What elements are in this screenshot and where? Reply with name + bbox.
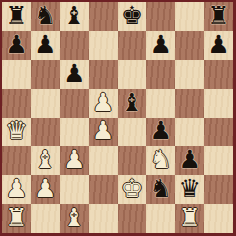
square-c1[interactable]: ♝ — [60, 204, 89, 233]
square-h3[interactable] — [204, 146, 233, 175]
square-b2[interactable]: ♟ — [31, 175, 60, 204]
square-d7[interactable] — [89, 31, 118, 60]
square-f1[interactable] — [146, 204, 175, 233]
square-d8[interactable] — [89, 2, 118, 31]
piece-white-queen: ♛ — [5, 118, 27, 143]
square-d4[interactable]: ♟ — [89, 118, 118, 147]
square-f7[interactable]: ♟ — [146, 31, 175, 60]
piece-white-pawn: ♟ — [5, 176, 27, 201]
square-h4[interactable] — [204, 118, 233, 147]
square-c4[interactable] — [60, 118, 89, 147]
square-g1[interactable]: ♜ — [175, 204, 204, 233]
square-e8[interactable]: ♚ — [118, 2, 147, 31]
piece-black-king: ♚ — [121, 3, 143, 28]
piece-black-knight: ♞ — [150, 176, 172, 201]
square-c3[interactable]: ♟ — [60, 146, 89, 175]
square-g7[interactable] — [175, 31, 204, 60]
square-a7[interactable]: ♟ — [2, 31, 31, 60]
square-f5[interactable] — [146, 89, 175, 118]
square-g8[interactable] — [175, 2, 204, 31]
piece-black-knight: ♞ — [34, 3, 56, 28]
square-d1[interactable] — [89, 204, 118, 233]
square-f3[interactable]: ♞ — [146, 146, 175, 175]
square-a3[interactable] — [2, 146, 31, 175]
piece-white-pawn: ♟ — [63, 147, 85, 172]
square-d2[interactable] — [89, 175, 118, 204]
square-c2[interactable] — [60, 175, 89, 204]
square-g5[interactable] — [175, 89, 204, 118]
piece-black-pawn: ♟ — [207, 32, 229, 57]
square-d3[interactable] — [89, 146, 118, 175]
piece-white-pawn: ♟ — [92, 90, 114, 115]
chess-board: ♜♞♝♚♜♟♟♟♟♟♟♝♛♟♟♝♟♞♟♟♟♚♞♛♜♝♜ — [0, 0, 236, 236]
square-e5[interactable]: ♝ — [118, 89, 147, 118]
square-h8[interactable]: ♜ — [204, 2, 233, 31]
square-e1[interactable] — [118, 204, 147, 233]
square-b1[interactable] — [31, 204, 60, 233]
piece-black-rook: ♜ — [207, 3, 229, 28]
square-b5[interactable] — [31, 89, 60, 118]
piece-black-pawn: ♟ — [63, 61, 85, 86]
square-f4[interactable]: ♟ — [146, 118, 175, 147]
piece-black-pawn: ♟ — [178, 147, 200, 172]
square-c6[interactable]: ♟ — [60, 60, 89, 89]
square-a2[interactable]: ♟ — [2, 175, 31, 204]
piece-black-pawn: ♟ — [150, 118, 172, 143]
square-g3[interactable]: ♟ — [175, 146, 204, 175]
square-f6[interactable] — [146, 60, 175, 89]
square-f2[interactable]: ♞ — [146, 175, 175, 204]
square-h1[interactable] — [204, 204, 233, 233]
piece-white-knight: ♞ — [150, 147, 172, 172]
piece-black-pawn: ♟ — [150, 32, 172, 57]
square-e2[interactable]: ♚ — [118, 175, 147, 204]
square-d5[interactable]: ♟ — [89, 89, 118, 118]
square-e4[interactable] — [118, 118, 147, 147]
piece-white-bishop: ♝ — [34, 147, 56, 172]
square-h2[interactable] — [204, 175, 233, 204]
square-c8[interactable]: ♝ — [60, 2, 89, 31]
square-b3[interactable]: ♝ — [31, 146, 60, 175]
square-a1[interactable]: ♜ — [2, 204, 31, 233]
square-g2[interactable]: ♛ — [175, 175, 204, 204]
square-a6[interactable] — [2, 60, 31, 89]
piece-white-rook: ♜ — [5, 205, 27, 230]
piece-white-pawn: ♟ — [92, 118, 114, 143]
square-a4[interactable]: ♛ — [2, 118, 31, 147]
piece-white-bishop: ♝ — [63, 205, 85, 230]
piece-white-rook: ♜ — [178, 205, 200, 230]
square-c7[interactable] — [60, 31, 89, 60]
square-b7[interactable]: ♟ — [31, 31, 60, 60]
square-g4[interactable] — [175, 118, 204, 147]
square-h6[interactable] — [204, 60, 233, 89]
square-d6[interactable] — [89, 60, 118, 89]
piece-black-pawn: ♟ — [5, 32, 27, 57]
square-a5[interactable] — [2, 89, 31, 118]
square-f8[interactable] — [146, 2, 175, 31]
square-e3[interactable] — [118, 146, 147, 175]
piece-white-king: ♚ — [121, 176, 143, 201]
piece-black-pawn: ♟ — [34, 32, 56, 57]
square-e6[interactable] — [118, 60, 147, 89]
square-b4[interactable] — [31, 118, 60, 147]
square-h5[interactable] — [204, 89, 233, 118]
piece-black-queen: ♛ — [178, 176, 200, 201]
square-b6[interactable] — [31, 60, 60, 89]
square-c5[interactable] — [60, 89, 89, 118]
square-b8[interactable]: ♞ — [31, 2, 60, 31]
square-g6[interactable] — [175, 60, 204, 89]
piece-white-pawn: ♟ — [34, 176, 56, 201]
square-h7[interactable]: ♟ — [204, 31, 233, 60]
piece-black-bishop: ♝ — [121, 90, 143, 115]
square-a8[interactable]: ♜ — [2, 2, 31, 31]
piece-black-bishop: ♝ — [63, 3, 85, 28]
square-e7[interactable] — [118, 31, 147, 60]
piece-black-rook: ♜ — [5, 3, 27, 28]
